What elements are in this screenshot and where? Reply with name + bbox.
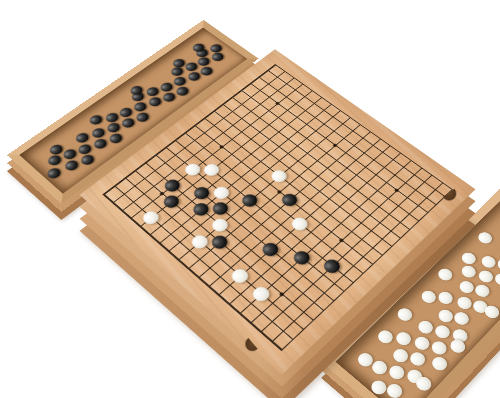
- black-stone-on-board: [209, 233, 231, 251]
- white-stone-in-drawer: [471, 298, 491, 315]
- white-stone-in-drawer: [415, 319, 435, 337]
- white-stone-in-drawer: [479, 254, 498, 270]
- black-stone-in-drawer: [61, 148, 79, 162]
- white-stone-in-drawer: [450, 327, 470, 345]
- hoshi-star-point: [279, 291, 285, 296]
- black-stone-on-board: [161, 193, 182, 210]
- white-stone-in-drawer: [412, 335, 432, 353]
- white-drawer-cavity: [335, 199, 500, 398]
- white-stone-on-board: [289, 215, 311, 233]
- black-stone-in-drawer: [144, 86, 161, 98]
- box-extrusion-mid: [138, 76, 418, 356]
- black-stone-in-drawer: [196, 56, 212, 68]
- black-stone-on-board: [191, 185, 212, 202]
- hoshi-star-point: [338, 238, 344, 243]
- drawer-extrusion: [138, 70, 418, 350]
- white-stone-on-board: [229, 267, 252, 286]
- white-stone-on-board: [209, 216, 231, 234]
- white-stone-in-drawer: [384, 381, 405, 398]
- black-stone-on-board: [162, 177, 183, 194]
- white-stone-in-drawer: [435, 307, 455, 325]
- black-stone-in-drawer: [194, 47, 210, 59]
- white-stone-in-drawer: [387, 363, 408, 382]
- box-side-wall-deep: [80, 85, 476, 398]
- black-stone-in-drawer: [45, 166, 63, 180]
- black-stone-in-drawer: [78, 153, 96, 167]
- wood-grain: [80, 49, 476, 374]
- hoshi-star-point: [393, 188, 399, 193]
- black-stone-in-drawer: [158, 81, 175, 93]
- black-stone-on-board: [279, 191, 300, 208]
- hoshi-star-point: [219, 145, 224, 149]
- white-stone-in-drawer: [456, 279, 476, 296]
- white-stone-drawer: [321, 189, 500, 398]
- drawer-extrusion-deep: [138, 78, 418, 358]
- black-stone-in-drawer: [117, 106, 134, 119]
- black-stone-in-drawer: [130, 91, 147, 104]
- white-stone-in-drawer: [429, 355, 450, 374]
- white-stone-on-board: [249, 284, 272, 304]
- black-stone-in-drawer: [88, 113, 105, 126]
- white-stone-in-drawer: [407, 350, 428, 369]
- black-stone-in-drawer: [128, 84, 145, 96]
- white-stone-in-drawer: [492, 271, 500, 288]
- black-stone-in-drawer: [161, 91, 178, 104]
- white-stone-in-drawer: [432, 323, 452, 341]
- black-stone-in-drawer: [183, 61, 199, 73]
- go-grid-19x19: [102, 64, 453, 351]
- white-stone-in-drawer: [393, 329, 413, 347]
- product-photo-go-set: [0, 0, 500, 398]
- white-stone-in-drawer: [369, 358, 390, 377]
- black-stone-in-drawer: [169, 66, 186, 78]
- box-side-wall-mid: [80, 73, 476, 398]
- black-stone-on-board: [240, 192, 261, 209]
- hoshi-star-point: [217, 239, 223, 244]
- black-stone-in-drawer: [107, 132, 125, 145]
- black-stone-in-drawer: [134, 111, 151, 124]
- box-extrusion-top: [138, 64, 418, 344]
- white-stone-in-drawer: [447, 337, 467, 355]
- white-stone-in-drawer: [459, 250, 478, 266]
- finger-notch-right: [443, 189, 459, 204]
- black-stone-in-drawer: [174, 85, 191, 97]
- black-stone-in-drawer: [45, 153, 63, 167]
- black-stone-in-drawer: [92, 137, 110, 151]
- board-top-layer: [138, 52, 418, 332]
- box-extrusion-bottom: [138, 88, 418, 368]
- hoshi-star-point: [277, 190, 283, 195]
- drawer-tops: [138, 62, 418, 342]
- black-stone-on-board: [321, 257, 343, 276]
- black-stone-in-drawer: [90, 126, 107, 139]
- black-stone-in-drawer: [63, 159, 81, 173]
- black-stone-on-board: [190, 200, 212, 218]
- white-stone-in-drawer: [419, 288, 439, 305]
- white-stone-in-drawer: [482, 304, 500, 321]
- white-stone-in-drawer: [455, 295, 475, 312]
- black-stone-in-drawer: [74, 131, 92, 144]
- white-stone-in-drawer: [476, 268, 495, 285]
- white-stone-in-drawer: [436, 290, 456, 307]
- black-stone-in-drawer: [146, 96, 163, 109]
- white-stone-in-drawer: [429, 339, 449, 357]
- black-stone-drawer: [7, 20, 259, 204]
- box-side-wall: [80, 61, 476, 386]
- hoshi-star-point: [275, 102, 280, 106]
- white-stone-in-drawer: [395, 306, 415, 324]
- black-stone-in-drawer: [199, 65, 216, 77]
- white-stone-in-drawer: [473, 283, 493, 300]
- black-stone-in-drawer: [171, 57, 187, 69]
- white-stone-in-drawer: [495, 257, 500, 273]
- black-stone-on-board: [259, 240, 281, 259]
- white-stone-on-board: [140, 209, 162, 227]
- black-stone-on-board: [290, 249, 312, 268]
- white-stone-in-drawer: [476, 230, 495, 246]
- black-stone-in-drawer: [208, 42, 224, 54]
- black-stone-in-drawer: [105, 121, 122, 134]
- hoshi-star-point: [332, 143, 337, 147]
- white-stone-in-drawer: [459, 264, 478, 281]
- black-stone-in-drawer: [47, 142, 65, 156]
- white-stone-in-drawer: [368, 378, 389, 397]
- black-drawer-wall: [7, 28, 259, 212]
- black-drawer-cavity: [19, 28, 247, 194]
- white-stone-in-drawer: [404, 367, 425, 386]
- black-stone-in-drawer: [190, 42, 206, 54]
- black-stone-in-drawer: [186, 71, 203, 83]
- black-drawer-wall-deep: [7, 36, 259, 220]
- white-stone-in-drawer: [355, 350, 376, 369]
- white-stone-in-drawer: [436, 267, 455, 284]
- white-stone-in-drawer: [391, 347, 412, 366]
- black-stone-in-drawer: [103, 112, 120, 125]
- white-stone-on-board: [210, 184, 231, 201]
- black-stone-in-drawer: [210, 51, 226, 63]
- hoshi-star-point: [160, 191, 166, 196]
- black-stone-in-drawer: [132, 101, 149, 114]
- white-stone-on-board: [201, 161, 222, 178]
- black-stone-in-drawer: [119, 116, 136, 129]
- white-stone-in-drawer: [375, 328, 395, 346]
- black-stone-in-drawer: [76, 142, 94, 156]
- white-stone-on-board: [182, 162, 203, 179]
- white-stone-on-board: [189, 233, 211, 252]
- finger-notch-front-left: [242, 338, 257, 354]
- white-drawer-wall-deep: [321, 205, 500, 398]
- white-drawer-wall: [321, 197, 500, 398]
- white-stone-in-drawer: [452, 310, 472, 328]
- white-stone-in-drawer: [413, 375, 434, 394]
- black-stone-on-board: [210, 200, 231, 218]
- black-stone-in-drawer: [172, 75, 189, 87]
- white-stone-on-board: [269, 168, 290, 185]
- go-board-face: [80, 49, 476, 374]
